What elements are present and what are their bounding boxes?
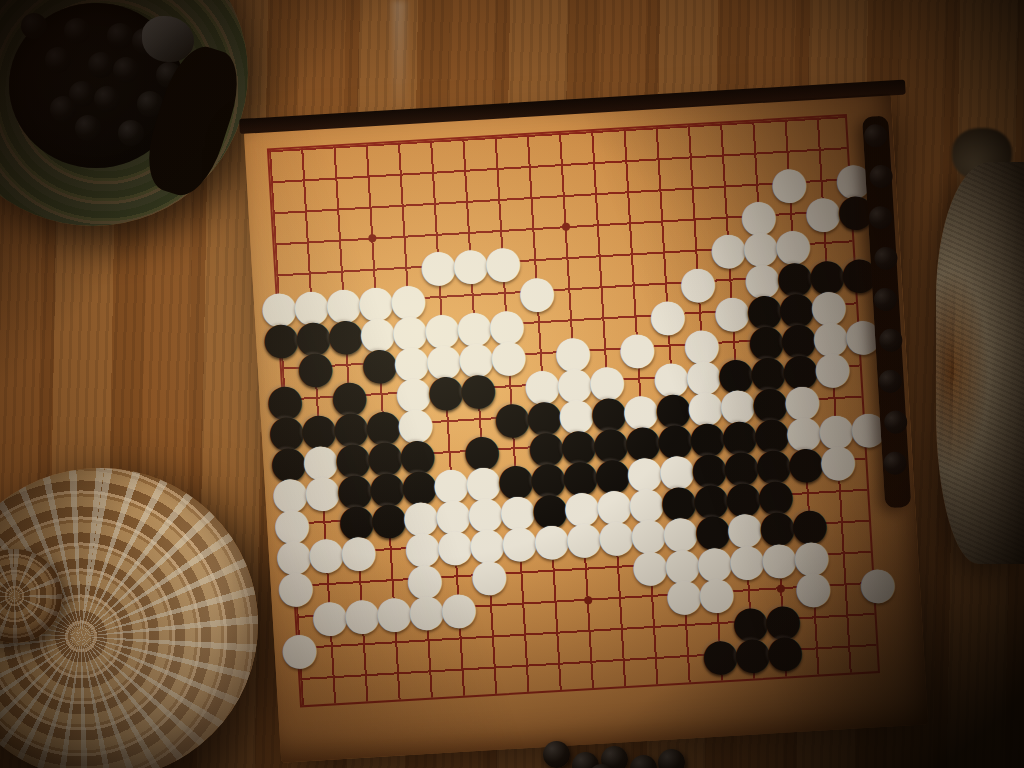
intersection[interactable] [395,404,429,437]
intersection[interactable] [381,155,415,188]
intersection[interactable] [755,476,789,509]
intersection[interactable] [823,534,857,567]
intersection[interactable] [798,661,832,694]
intersection[interactable] [786,443,820,476]
intersection[interactable] [365,437,399,470]
intersection[interactable] [291,285,325,318]
intersection[interactable] [283,691,317,724]
intersection[interactable] [265,380,299,413]
intersection[interactable] [733,103,767,136]
intersection[interactable] [848,408,882,441]
intersection[interactable] [748,352,782,385]
intersection[interactable] [340,563,374,596]
intersection[interactable] [310,596,344,629]
intersection[interactable] [499,522,533,555]
intersection[interactable] [302,472,336,505]
intersection[interactable] [589,392,623,425]
intersection[interactable] [490,367,524,400]
intersection[interactable] [825,566,859,599]
intersection[interactable] [638,140,672,173]
intersection[interactable] [325,314,359,347]
intersection[interactable] [592,454,626,487]
intersection[interactable] [306,534,340,567]
intersection[interactable] [795,599,829,632]
intersection[interactable] [403,528,437,561]
intersection[interactable] [526,427,560,460]
intersection[interactable] [799,130,833,163]
intersection[interactable] [394,373,428,406]
intersection[interactable] [371,530,405,563]
intersection[interactable] [734,665,768,698]
intersection[interactable] [664,575,698,608]
intersection[interactable] [843,315,877,348]
intersection[interactable] [721,447,755,480]
intersection[interactable] [712,291,746,324]
intersection[interactable] [337,501,371,534]
intersection[interactable] [498,491,532,524]
intersection[interactable] [596,517,630,550]
intersection[interactable] [415,184,449,217]
intersection[interactable] [399,466,433,499]
intersection[interactable] [254,194,288,227]
intersection[interactable] [318,190,352,223]
captured-black-stone[interactable] [64,18,90,44]
intersection[interactable] [735,134,769,167]
intersection[interactable] [382,186,416,219]
intersection[interactable] [465,493,499,526]
intersection[interactable] [405,559,439,592]
intersection[interactable] [342,594,376,627]
intersection[interactable] [646,264,680,297]
intersection[interactable] [558,425,592,458]
intersection[interactable] [488,336,522,369]
intersection[interactable] [295,347,329,380]
intersection[interactable] [433,495,467,528]
intersection[interactable] [411,122,445,155]
intersection[interactable] [649,326,683,359]
intersection[interactable] [350,188,384,221]
intersection[interactable] [356,281,390,314]
intersection[interactable] [628,515,662,548]
intersection[interactable] [844,346,878,379]
intersection[interactable] [594,486,628,519]
intersection[interactable] [634,608,668,641]
intersection[interactable] [471,587,505,620]
intersection[interactable] [750,383,784,416]
intersection[interactable] [761,569,795,602]
intersection[interactable] [250,131,284,164]
intersection[interactable] [301,441,335,474]
intersection[interactable] [437,557,471,590]
intersection[interactable] [816,410,850,443]
intersection[interactable] [532,521,566,554]
intersection[interactable] [281,660,315,693]
intersection[interactable] [640,171,674,204]
intersection[interactable] [753,445,787,478]
intersection[interactable] [406,590,440,623]
intersection[interactable] [619,359,653,392]
intersection[interactable] [541,676,575,709]
intersection[interactable] [605,672,639,705]
table-black-stone[interactable] [543,741,570,768]
intersection[interactable] [854,501,888,534]
intersection[interactable] [780,350,814,383]
intersection[interactable] [787,474,821,507]
intersection[interactable] [841,284,875,317]
intersection[interactable] [700,635,734,668]
intersection[interactable] [651,357,685,390]
intersection[interactable] [347,126,381,159]
intersection[interactable] [670,138,704,171]
intersection[interactable] [560,456,594,489]
captured-black-stone[interactable] [21,13,47,39]
intersection[interactable] [508,116,542,149]
intersection[interactable] [730,602,764,635]
intersection[interactable] [856,532,890,565]
intersection[interactable] [316,159,350,192]
intersection[interactable] [259,287,293,320]
intersection[interactable] [524,396,558,429]
intersection[interactable] [583,299,617,332]
intersection[interactable] [757,507,791,540]
intersection[interactable] [331,408,365,441]
intersection[interactable] [625,453,659,486]
intersection[interactable] [376,623,410,656]
intersection[interactable] [587,361,621,394]
intersection[interactable] [740,227,774,260]
intersection[interactable] [623,421,657,454]
intersection[interactable] [420,277,454,310]
intersection[interactable] [454,307,488,340]
intersection[interactable] [812,348,846,381]
intersection[interactable] [702,666,736,699]
intersection[interactable] [509,147,543,180]
intersection[interactable] [581,268,615,301]
intersection[interactable] [598,548,632,581]
intersection[interactable] [831,128,865,161]
intersection[interactable] [797,630,831,663]
intersection[interactable] [782,381,816,414]
intersection[interactable] [477,149,511,182]
intersection[interactable] [327,345,361,378]
intersection[interactable] [572,112,606,145]
intersection[interactable] [515,241,549,274]
intersection[interactable] [443,120,477,153]
intersection[interactable] [267,411,301,444]
intersection[interactable] [286,192,320,225]
intersection[interactable] [315,689,349,722]
intersection[interactable] [682,324,716,357]
intersection[interactable] [621,390,655,423]
intersection[interactable] [827,597,861,630]
intersection[interactable] [739,196,773,229]
intersection[interactable] [479,180,513,213]
intersection[interactable] [270,474,304,507]
intersection[interactable] [467,524,501,557]
intersection[interactable] [519,303,553,336]
intersection[interactable] [424,340,458,373]
intersection[interactable] [369,499,403,532]
intersection[interactable] [644,233,678,266]
intersection[interactable] [805,223,839,256]
intersection[interactable] [543,176,577,209]
intersection[interactable] [390,310,424,343]
intersection[interactable] [359,343,393,376]
intersection[interactable] [630,546,664,579]
intersection[interactable] [268,443,302,476]
intersection[interactable] [338,532,372,565]
captured-black-stone[interactable] [107,23,133,49]
intersection[interactable] [445,151,479,184]
intersection[interactable] [380,686,414,719]
intersection[interactable] [496,460,530,493]
intersection[interactable] [642,202,676,235]
intersection[interactable] [784,412,818,445]
intersection[interactable] [505,616,539,649]
intersection[interactable] [412,684,446,717]
intersection[interactable] [537,614,571,647]
intersection[interactable] [549,270,583,303]
intersection[interactable] [333,439,367,472]
intersection[interactable] [797,99,831,132]
intersection[interactable] [744,289,778,322]
intersection[interactable] [542,145,576,178]
intersection[interactable] [528,458,562,491]
intersection[interactable] [564,519,598,552]
intersection[interactable] [763,600,797,633]
intersection[interactable] [278,598,312,631]
intersection[interactable] [676,231,710,264]
intersection[interactable] [861,626,895,659]
intersection[interactable] [863,657,897,690]
captured-black-stone[interactable] [113,57,139,83]
intersection[interactable] [562,488,596,521]
intersection[interactable] [503,585,537,618]
intersection[interactable] [372,561,406,594]
intersection[interactable] [344,625,378,658]
intersection[interactable] [547,239,581,272]
intersection[interactable] [742,258,776,291]
intersection[interactable] [706,198,740,231]
intersection[interactable] [435,526,469,559]
intersection[interactable] [501,554,535,587]
intersection[interactable] [579,237,613,270]
intersection[interactable] [363,406,397,439]
intersection[interactable] [354,250,388,283]
edge-black-stone[interactable] [868,205,892,229]
intersection[interactable] [386,248,420,281]
intersection[interactable] [732,633,766,666]
intersection[interactable] [447,182,481,215]
intersection[interactable] [299,409,333,442]
intersection[interactable] [636,639,670,672]
intersection[interactable] [374,592,408,625]
intersection[interactable] [602,610,636,643]
intersection[interactable] [578,206,612,239]
intersection[interactable] [672,169,706,202]
intersection[interactable] [413,153,447,186]
intersection[interactable] [568,581,602,614]
edge-black-stone[interactable] [864,124,888,148]
captured-black-stone[interactable] [75,115,101,141]
intersection[interactable] [839,253,873,286]
intersection[interactable] [460,400,494,433]
intersection[interactable] [774,256,808,289]
intersection[interactable] [710,260,744,293]
intersection[interactable] [689,449,723,482]
intersection[interactable] [767,132,801,165]
intersection[interactable] [475,649,509,682]
intersection[interactable] [680,293,714,326]
intersection[interactable] [846,377,880,410]
intersection[interactable] [322,252,356,285]
intersection[interactable] [659,482,693,515]
intersection[interactable] [314,128,348,161]
intersection[interactable] [276,567,310,600]
intersection[interactable] [632,577,666,610]
intersection[interactable] [486,305,520,338]
intersection[interactable] [708,229,742,262]
intersection[interactable] [831,659,865,692]
intersection[interactable] [830,97,864,130]
intersection[interactable] [441,620,475,653]
intersection[interactable] [850,439,884,472]
intersection[interactable] [576,175,610,208]
intersection[interactable] [723,478,757,511]
captured-black-stone[interactable] [118,120,144,146]
intersection[interactable] [859,595,893,628]
intersection[interactable] [483,243,517,276]
intersection[interactable] [657,451,691,484]
intersection[interactable] [533,552,567,585]
intersection[interactable] [852,470,886,503]
intersection[interactable] [725,509,759,542]
intersection[interactable] [545,208,579,241]
intersection[interactable] [348,688,382,721]
intersection[interactable] [746,321,780,354]
intersection[interactable] [456,338,490,371]
intersection[interactable] [801,161,835,194]
intersection[interactable] [418,246,452,279]
intersection[interactable] [511,178,545,211]
intersection[interactable] [551,301,585,334]
captured-black-stone[interactable] [50,96,76,122]
intersection[interactable] [719,416,753,449]
edge-black-stone[interactable] [873,287,897,311]
intersection[interactable] [776,287,810,320]
intersection[interactable] [857,564,891,597]
intersection[interactable] [293,316,327,349]
intersection[interactable] [494,429,528,462]
intersection[interactable] [566,550,600,583]
intersection[interactable] [539,645,573,678]
intersection[interactable] [410,653,444,686]
intersection[interactable] [691,480,725,513]
intersection[interactable] [612,235,646,268]
intersection[interactable] [429,433,463,466]
edge-black-stone[interactable] [884,410,908,434]
intersection[interactable] [475,118,509,151]
intersection[interactable] [556,394,590,427]
intersection[interactable] [517,272,551,305]
intersection[interactable] [535,583,569,616]
intersection[interactable] [803,192,837,225]
edge-black-stone[interactable] [883,451,907,475]
intersection[interactable] [647,295,681,328]
intersection[interactable] [297,378,331,411]
intersection[interactable] [603,641,637,674]
intersection[interactable] [821,503,855,536]
intersection[interactable] [714,322,748,355]
intersection[interactable] [687,418,721,451]
intersection[interactable] [348,157,382,190]
intersection[interactable] [791,536,825,569]
intersection[interactable] [284,161,318,194]
intersection[interactable] [257,256,291,289]
intersection[interactable] [573,674,607,707]
intersection[interactable] [716,354,750,387]
intersection[interactable] [693,511,727,544]
intersection[interactable] [263,349,297,382]
intersection[interactable] [793,567,827,600]
intersection[interactable] [417,215,451,248]
intersection[interactable] [553,332,587,365]
intersection[interactable] [555,363,589,396]
intersection[interactable] [694,542,728,575]
intersection[interactable] [388,279,422,312]
intersection[interactable] [481,211,515,244]
intersection[interactable] [428,402,462,435]
intersection[interactable] [540,114,574,147]
intersection[interactable] [358,312,392,345]
intersection[interactable] [769,163,803,196]
intersection[interactable] [636,109,670,142]
intersection[interactable] [766,663,800,696]
intersection[interactable] [778,319,812,352]
intersection[interactable] [452,276,486,309]
intersection[interactable] [729,571,763,604]
intersection[interactable] [668,637,702,670]
intersection[interactable] [701,105,735,138]
intersection[interactable] [312,627,346,660]
intersection[interactable] [653,388,687,421]
intersection[interactable] [288,223,322,256]
intersection[interactable] [585,330,619,363]
captured-black-stone[interactable] [88,52,114,78]
intersection[interactable] [397,435,431,468]
intersection[interactable] [789,505,823,538]
intersection[interactable] [737,165,771,198]
intersection[interactable] [324,283,358,316]
intersection[interactable] [810,317,844,350]
intersection[interactable] [814,379,848,412]
intersection[interactable] [606,142,640,175]
intersection[interactable] [666,606,700,639]
intersection[interactable] [408,621,442,654]
intersection[interactable] [674,200,708,233]
intersection[interactable] [252,163,286,196]
intersection[interactable] [604,110,638,143]
captured-black-stone[interactable] [45,47,71,73]
intersection[interactable] [255,225,289,258]
intersection[interactable] [569,612,603,645]
intersection[interactable] [685,387,719,420]
intersection[interactable] [574,143,608,176]
intersection[interactable] [290,254,324,287]
intersection[interactable] [807,254,841,287]
intersection[interactable] [833,159,867,192]
intersection[interactable] [703,136,737,169]
